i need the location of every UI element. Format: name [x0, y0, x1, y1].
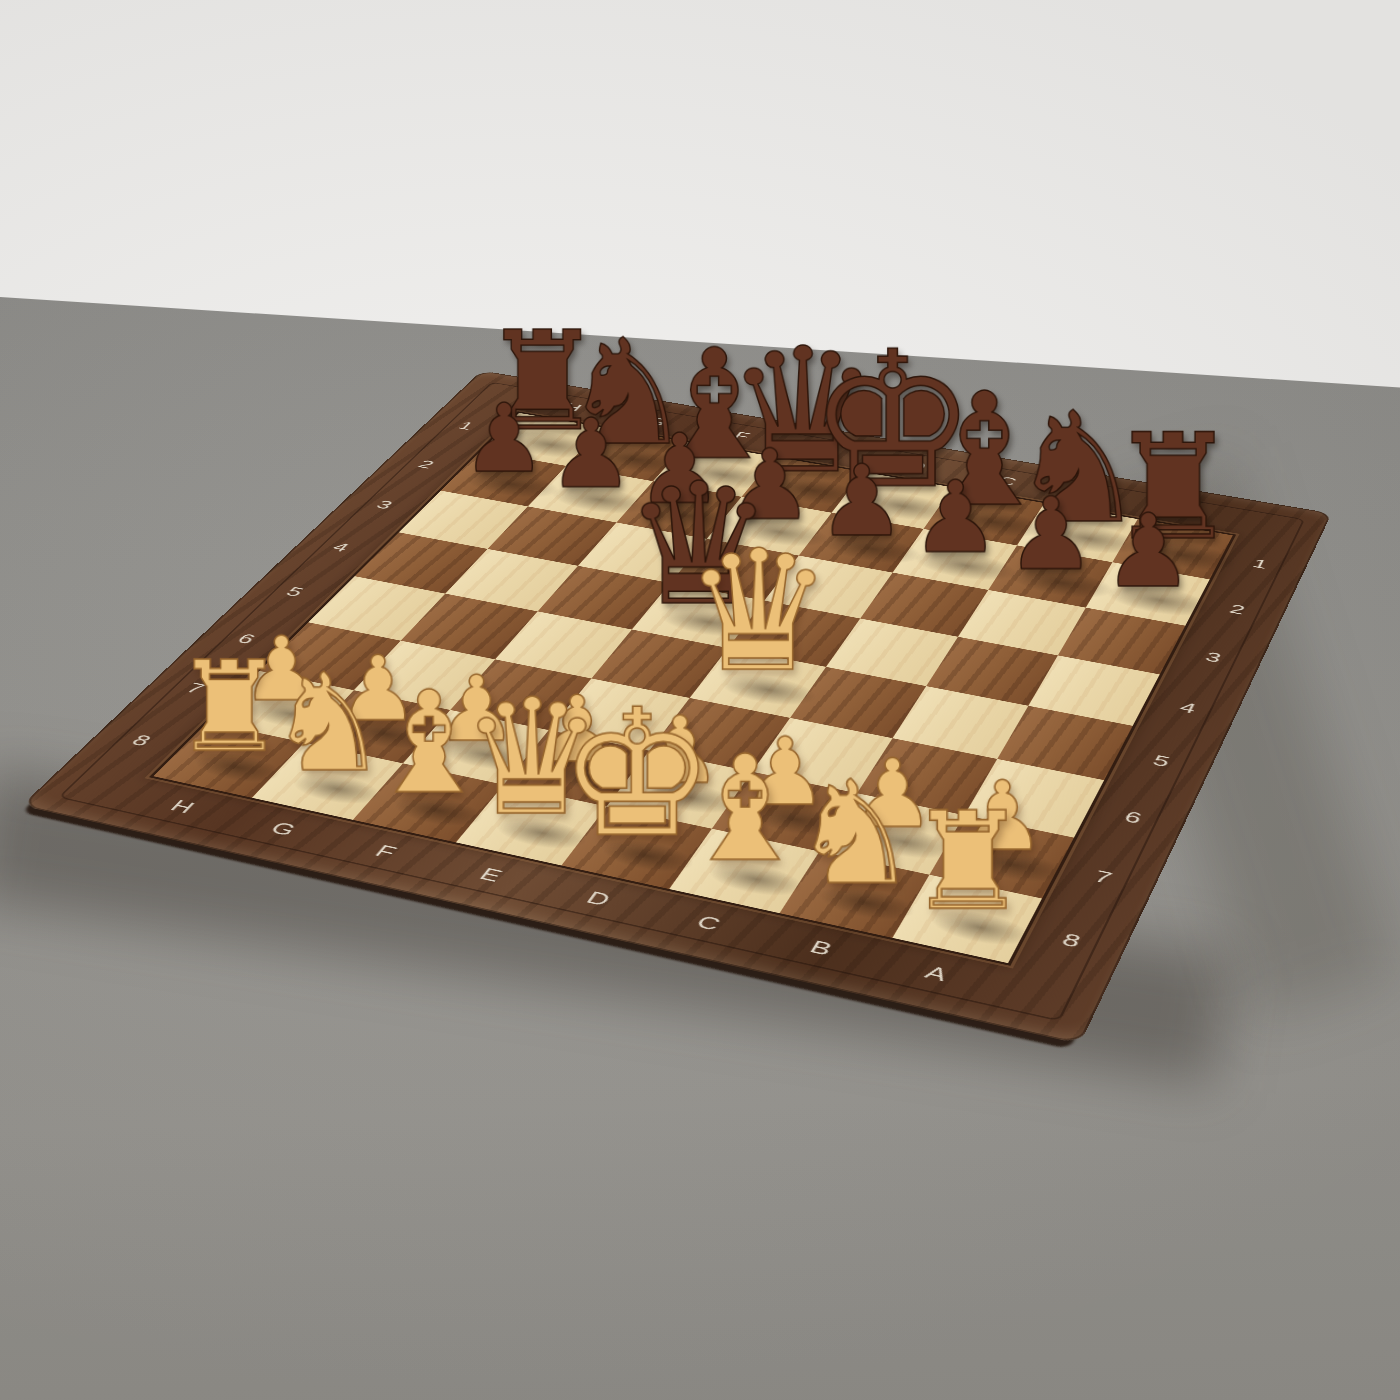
file-label-near-E: E	[462, 861, 521, 889]
rank-label-right-8: 8	[1043, 926, 1102, 955]
file-label-near-F: F	[357, 838, 416, 865]
file-label-near-C: C	[679, 909, 739, 938]
rank-label-right-2: 2	[1213, 599, 1262, 620]
rank-label-right-5: 5	[1135, 749, 1188, 774]
rank-label-right-4: 4	[1163, 696, 1215, 719]
rank-label-left-5: 5	[269, 582, 321, 603]
perspective-scene: HGFEDCBAHGFEDCBA1234567812345678♜♞♝♛♚♝♞♜…	[0, 0, 1400, 1400]
file-label-near-G: G	[254, 816, 313, 842]
piece-light-rook-a8: ♜	[842, 794, 1094, 929]
rank-label-left-4: 4	[316, 537, 366, 557]
file-label-near-A: A	[907, 958, 967, 988]
rank-label-right-3: 3	[1189, 646, 1239, 668]
piece-dark-pawn-a2: ♟	[1041, 501, 1255, 602]
file-label-near-D: D	[569, 885, 628, 913]
chess-board: HGFEDCBAHGFEDCBA1234567812345678♜♞♝♛♚♝♞♜…	[21, 371, 1331, 1044]
file-label-near-B: B	[792, 933, 852, 963]
rank-label-left-3: 3	[361, 495, 410, 514]
photo-stage: HGFEDCBAHGFEDCBA1234567812345678♜♞♝♛♚♝♞♜…	[0, 0, 1400, 1400]
file-label-near-H: H	[154, 794, 212, 820]
